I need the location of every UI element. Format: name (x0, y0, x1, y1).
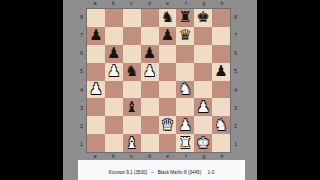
square-h5: ♟ (212, 63, 230, 81)
file-label-top-b: b (104, 0, 122, 8)
rank-label-right-7: 7 (231, 26, 240, 44)
square-b3 (105, 98, 123, 116)
square-h1 (212, 134, 230, 152)
square-h7 (212, 27, 230, 45)
rank-label-left-8: 8 (77, 8, 86, 26)
white-queen-e2: ♛ (161, 118, 174, 133)
rank-label-left-4: 4 (77, 81, 86, 99)
square-g8: ♚ (194, 9, 212, 27)
square-d5: ♟ (141, 63, 159, 81)
rank-label-right-5: 5 (231, 62, 240, 80)
square-a4: ♟ (87, 81, 105, 99)
white-rook-f1: ♜ (179, 136, 192, 151)
square-d8 (141, 9, 159, 27)
square-f5 (176, 63, 194, 81)
white-pawn-a4: ♟ (89, 82, 102, 97)
square-a3 (87, 98, 105, 116)
square-a1 (87, 134, 105, 152)
black-king-g8: ♚ (196, 10, 209, 25)
square-e8: ♞ (159, 9, 177, 27)
rank-label-right-6: 6 (231, 44, 240, 62)
chess-board: ♞♜♚♟♟♛♟♟♟♞♟♟♟♞♝♟♛♟♞♝♜♚ (86, 8, 231, 153)
square-e1 (159, 134, 177, 152)
rank-label-left-2: 2 (77, 117, 86, 135)
square-b5: ♟ (105, 63, 123, 81)
white-king-g1: ♚ (196, 136, 209, 151)
players-and-result: Koivisto 9.1 (3500) -- Black Marlin 8 (3… (78, 171, 245, 176)
square-g7 (194, 27, 212, 45)
square-a5 (87, 63, 105, 81)
square-e6 (159, 45, 177, 63)
black-pawn-a7: ♟ (89, 28, 102, 43)
square-b6: ♟ (105, 45, 123, 63)
letterbox-right (257, 0, 320, 180)
file-label-top-f: f (177, 0, 195, 8)
square-g3: ♟ (194, 98, 212, 116)
white-knight-f4: ♞ (179, 82, 192, 97)
square-d6: ♟ (141, 45, 159, 63)
rank-label-left-1: 1 (77, 135, 86, 153)
black-pawn-e7: ♟ (161, 28, 174, 43)
square-g2 (194, 116, 212, 134)
square-f7: ♛ (176, 27, 194, 45)
black-knight-c5: ♞ (125, 64, 138, 79)
square-e3 (159, 98, 177, 116)
square-c8 (123, 9, 141, 27)
square-b2 (105, 116, 123, 134)
video-frame: abcdefgh abcdefgh 87654321 87654321 ♞♜♚♟… (0, 0, 320, 180)
square-h8 (212, 9, 230, 27)
square-d4 (141, 81, 159, 99)
square-c6 (123, 45, 141, 63)
square-c5: ♞ (123, 63, 141, 81)
square-b7 (105, 27, 123, 45)
white-pawn-g3: ♟ (196, 100, 209, 115)
square-e2: ♛ (159, 116, 177, 134)
square-h4 (212, 81, 230, 99)
rank-label-left-5: 5 (77, 62, 86, 80)
rank-labels-left: 87654321 (77, 8, 86, 153)
square-f4: ♞ (176, 81, 194, 99)
square-b4 (105, 81, 123, 99)
square-g4 (194, 81, 212, 99)
black-knight-e8: ♞ (161, 10, 174, 25)
file-label-top-g: g (195, 0, 213, 8)
square-d2 (141, 116, 159, 134)
square-d7 (141, 27, 159, 45)
square-a2 (87, 116, 105, 134)
black-queen-f7: ♛ (179, 28, 192, 43)
rank-label-right-8: 8 (231, 8, 240, 26)
file-label-top-d: d (140, 0, 158, 8)
square-c2 (123, 116, 141, 134)
rank-label-right-4: 4 (231, 81, 240, 99)
square-f1: ♜ (176, 134, 194, 152)
square-c3: ♝ (123, 98, 141, 116)
white-pawn-f2: ♟ (179, 118, 192, 133)
rank-label-left-3: 3 (77, 99, 86, 117)
square-h2: ♞ (212, 116, 230, 134)
square-f8: ♜ (176, 9, 194, 27)
rank-label-right-1: 1 (231, 135, 240, 153)
square-c7 (123, 27, 141, 45)
white-bishop-c1: ♝ (125, 136, 138, 151)
black-pawn-d6: ♟ (143, 46, 156, 61)
black-pawn-b6: ♟ (107, 46, 120, 61)
rank-labels-right: 87654321 (231, 8, 240, 153)
white-pawn-b5: ♟ (107, 64, 120, 79)
square-a7: ♟ (87, 27, 105, 45)
black-rook-f8: ♜ (179, 10, 192, 25)
square-e4 (159, 81, 177, 99)
square-d3 (141, 98, 159, 116)
square-a8 (87, 9, 105, 27)
square-g1: ♚ (194, 134, 212, 152)
rank-label-left-6: 6 (77, 44, 86, 62)
square-c4 (123, 81, 141, 99)
square-f3 (176, 98, 194, 116)
square-e5 (159, 63, 177, 81)
square-d1 (141, 134, 159, 152)
broadcast-area: abcdefgh abcdefgh 87654321 87654321 ♞♜♚♟… (63, 0, 257, 180)
square-h3 (212, 98, 230, 116)
rank-label-right-3: 3 (231, 99, 240, 117)
square-b8 (105, 9, 123, 27)
file-label-top-e: e (159, 0, 177, 8)
file-label-top-a: a (86, 0, 104, 8)
file-labels-top: abcdefgh (86, 0, 231, 8)
white-knight-h2: ♞ (214, 118, 227, 133)
white-pawn-d5: ♟ (143, 64, 156, 79)
file-label-top-c: c (122, 0, 140, 8)
square-f6 (176, 45, 194, 63)
square-g5 (194, 63, 212, 81)
black-bishop-c3: ♝ (125, 100, 138, 115)
letterbox-left (0, 0, 63, 180)
file-label-top-h: h (213, 0, 231, 8)
black-pawn-h5: ♟ (214, 64, 227, 79)
square-e7: ♟ (159, 27, 177, 45)
square-a6 (87, 45, 105, 63)
square-b1 (105, 134, 123, 152)
square-g6 (194, 45, 212, 63)
square-c1: ♝ (123, 134, 141, 152)
game-info-panel: Koivisto 9.1 (3500) -- Black Marlin 8 (3… (78, 160, 245, 180)
rank-label-right-2: 2 (231, 117, 240, 135)
square-h6 (212, 45, 230, 63)
rank-label-left-7: 7 (77, 26, 86, 44)
square-f2: ♟ (176, 116, 194, 134)
